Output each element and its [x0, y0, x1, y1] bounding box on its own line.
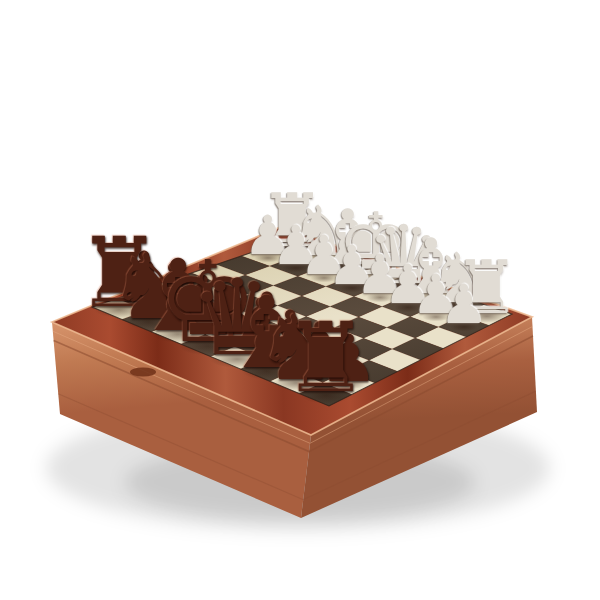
piece-black-rook-a8[interactable]: ♜ [283, 310, 369, 406]
piece-white-pawn-a2[interactable]: ♟ [439, 279, 487, 333]
pieces-layer: ♜♟♞♟♝♟♚♛♟♝♟♟♞♟♜♟♜♟♞♟♟♝♟♚♟♛♟♝♟♞♟♜ [0, 0, 600, 600]
chess-set-scene: ♜♟♞♟♝♟♚♛♟♝♟♟♞♟♜♟♜♟♞♟♟♝♟♚♟♛♟♝♟♞♟♜ [0, 0, 600, 600]
